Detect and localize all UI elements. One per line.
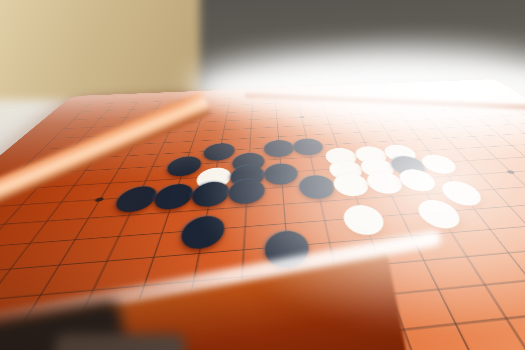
table-shadow [55, 334, 185, 350]
black-stone: ● [147, 177, 200, 212]
board-far-rim [245, 93, 525, 111]
hoshi-star-point [299, 116, 304, 118]
white-stone: ● [348, 141, 393, 166]
table-shadow [0, 300, 130, 350]
hoshi-star-point [313, 183, 321, 187]
black-stone: ● [295, 169, 340, 201]
board-lighting-overlay [0, 79, 525, 350]
board-perspective-wrapper: ●●●●●●●●●●●●●●●●●●●●●●●●●●●● [0, 0, 525, 350]
hoshi-star-point [343, 330, 356, 341]
overexposed-light-top [190, 48, 525, 123]
black-stone: ● [174, 208, 230, 253]
white-stone: ● [323, 154, 368, 182]
go-board-photo: ●●●●●●●●●●●●●●●●●●●●●●●●●●●● [0, 0, 525, 350]
hoshi-star-point [143, 123, 150, 125]
white-stone: ● [390, 163, 445, 193]
board-front-edge [0, 250, 415, 350]
black-stone: ● [199, 139, 238, 163]
black-stone: ● [262, 221, 315, 271]
hoshi-star-point [505, 170, 515, 174]
hoshi-star-point [442, 109, 449, 111]
white-stone: ● [320, 143, 362, 168]
white-stone: ● [336, 197, 393, 238]
background-box [0, 0, 225, 100]
go-board: ●●●●●●●●●●●●●●●●●●●●●●●●●●●● [0, 79, 525, 350]
board-left-rim [0, 91, 212, 209]
white-stone: ● [376, 140, 423, 164]
black-stone: ● [262, 158, 301, 187]
white-stone: ● [358, 165, 410, 196]
window-light-bloom [195, 72, 525, 132]
white-stone: ● [191, 161, 235, 191]
overexposed-light-right [195, 25, 525, 335]
white-stone: ● [353, 152, 401, 179]
white-stone: ● [406, 192, 471, 232]
white-stone: ● [411, 149, 464, 176]
desk-surface [0, 80, 220, 300]
corner-vignette [0, 0, 525, 350]
board-edge-highlight [0, 229, 443, 330]
black-stone: ● [186, 175, 234, 209]
black-stone: ● [227, 160, 267, 189]
black-stone: ● [107, 179, 165, 214]
white-stone: ● [327, 167, 376, 199]
black-stone: ● [290, 134, 327, 157]
black-stone: ● [262, 136, 297, 159]
black-stone: ● [229, 148, 267, 174]
board-grid: ●●●●●●●●●●●●●●●●●●●●●●●●●●●● [0, 88, 525, 350]
black-stone: ● [224, 173, 267, 206]
white-stone: ● [430, 175, 493, 209]
black-stone: ● [161, 151, 207, 178]
black-stone: ● [383, 151, 434, 178]
hoshi-star-point [94, 197, 104, 202]
background-gray-object [200, 0, 525, 93]
